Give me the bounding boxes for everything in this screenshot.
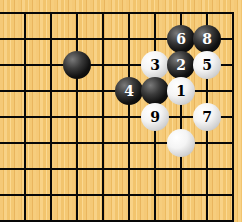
grid-line-vertical — [24, 52, 26, 78]
board-intersection[interactable] — [12, 0, 38, 26]
board-intersection[interactable] — [142, 78, 168, 104]
grid-line-vertical — [24, 104, 26, 130]
grid-line-vertical — [50, 208, 52, 222]
board-intersection[interactable] — [12, 26, 38, 52]
board-intersection[interactable] — [64, 130, 90, 156]
black-stone[interactable] — [63, 51, 91, 79]
board-intersection[interactable] — [38, 52, 64, 78]
board-intersection[interactable] — [12, 182, 38, 208]
grid-line-vertical — [154, 130, 156, 156]
grid-line-vertical — [76, 156, 78, 182]
board-intersection[interactable] — [220, 182, 242, 208]
board-intersection[interactable] — [38, 182, 64, 208]
board-intersection[interactable] — [142, 156, 168, 182]
board-intersection[interactable] — [142, 208, 168, 222]
grid-line-vertical — [102, 52, 104, 78]
grid-line-vertical — [76, 182, 78, 208]
board-intersection[interactable] — [38, 0, 64, 26]
board-intersection[interactable] — [0, 52, 12, 78]
grid-line-vertical — [232, 78, 234, 104]
board-intersection[interactable] — [38, 208, 64, 222]
grid-line-vertical — [50, 130, 52, 156]
board-intersection[interactable] — [220, 52, 242, 78]
grid-line-vertical — [76, 104, 78, 130]
board-intersection[interactable] — [90, 104, 116, 130]
grid-line-horizontal — [0, 90, 12, 92]
board-intersection[interactable] — [142, 130, 168, 156]
board-intersection[interactable] — [168, 208, 194, 222]
grid-line-vertical — [232, 12, 234, 26]
board-intersection[interactable] — [116, 104, 142, 130]
board-intersection[interactable] — [116, 26, 142, 52]
grid-line-horizontal — [0, 64, 12, 66]
board-intersection[interactable] — [0, 104, 12, 130]
board-intersection[interactable] — [220, 0, 242, 26]
grid-line-vertical — [128, 130, 130, 156]
grid-line-vertical — [128, 156, 130, 182]
white-stone[interactable] — [167, 129, 195, 157]
black-stone-move-4[interactable]: 4 — [115, 77, 143, 105]
grid-line-vertical — [102, 104, 104, 130]
board-intersection[interactable] — [220, 208, 242, 222]
white-stone-move-1[interactable]: 1 — [167, 77, 195, 105]
grid-line-vertical — [24, 78, 26, 104]
grid-line-vertical — [180, 104, 182, 130]
grid-line-vertical — [50, 26, 52, 52]
board-intersection[interactable] — [38, 26, 64, 52]
grid-line-vertical — [102, 208, 104, 222]
board-intersection[interactable] — [0, 208, 12, 222]
grid-line-vertical — [154, 208, 156, 222]
black-stone-move-2[interactable]: 2 — [167, 51, 195, 79]
board-intersection[interactable] — [90, 156, 116, 182]
grid-line-horizontal — [0, 38, 12, 40]
grid-line-horizontal — [0, 220, 12, 222]
board-intersection[interactable] — [168, 104, 194, 130]
board-intersection[interactable] — [194, 208, 220, 222]
board-intersection[interactable] — [116, 130, 142, 156]
board-intersection[interactable] — [38, 130, 64, 156]
grid-line-vertical — [206, 78, 208, 104]
board-intersection[interactable]: 3 — [142, 52, 168, 78]
grid-line-vertical — [50, 52, 52, 78]
board-intersection[interactable] — [90, 26, 116, 52]
grid-line-vertical — [102, 78, 104, 104]
board-intersection[interactable] — [142, 26, 168, 52]
board-intersection[interactable] — [12, 130, 38, 156]
board-intersection[interactable] — [0, 182, 12, 208]
grid-line-vertical — [180, 12, 182, 26]
board-intersection[interactable] — [0, 26, 12, 52]
board-intersection[interactable] — [116, 0, 142, 26]
board-intersection[interactable]: 9 — [142, 104, 168, 130]
board-intersection[interactable] — [12, 52, 38, 78]
board-intersection[interactable]: 7 — [194, 104, 220, 130]
grid-line-vertical — [24, 156, 26, 182]
grid-line-vertical — [76, 130, 78, 156]
grid-line-vertical — [24, 12, 26, 26]
board-intersection[interactable] — [220, 130, 242, 156]
board-intersection[interactable] — [194, 78, 220, 104]
board-intersection[interactable] — [194, 182, 220, 208]
grid-line-vertical — [128, 104, 130, 130]
grid-line-vertical — [206, 130, 208, 156]
grid-line-vertical — [232, 104, 234, 130]
board-intersection[interactable] — [90, 130, 116, 156]
grid-line-vertical — [24, 182, 26, 208]
grid-line-vertical — [102, 26, 104, 52]
board-intersection[interactable] — [220, 78, 242, 104]
board-intersection[interactable] — [90, 182, 116, 208]
board-intersection[interactable] — [64, 208, 90, 222]
board-intersection[interactable] — [64, 156, 90, 182]
board-intersection[interactable] — [168, 130, 194, 156]
board-intersection[interactable] — [142, 182, 168, 208]
board-intersection[interactable] — [38, 156, 64, 182]
board-intersection[interactable] — [64, 104, 90, 130]
grid-line-horizontal — [0, 194, 12, 196]
grid-line-vertical — [232, 156, 234, 182]
white-stone-move-3[interactable]: 3 — [141, 51, 169, 79]
grid-line-vertical — [102, 12, 104, 26]
black-stone-move-8[interactable]: 8 — [193, 25, 221, 53]
grid-line-vertical — [24, 26, 26, 52]
black-stone-move-6[interactable]: 6 — [167, 25, 195, 53]
grid-line-vertical — [180, 182, 182, 208]
grid-line-vertical — [206, 208, 208, 222]
grid-line-horizontal — [0, 116, 12, 118]
grid-line-vertical — [128, 12, 130, 26]
board-intersection[interactable] — [12, 156, 38, 182]
board-intersection[interactable] — [116, 182, 142, 208]
grid-line-vertical — [24, 208, 26, 222]
board-intersection[interactable] — [168, 0, 194, 26]
board-intersection[interactable] — [116, 52, 142, 78]
grid-line-vertical — [154, 26, 156, 52]
grid-line-horizontal — [0, 142, 12, 144]
grid-line-vertical — [232, 208, 234, 222]
black-stone[interactable] — [141, 77, 169, 105]
board-intersection[interactable] — [90, 78, 116, 104]
board-intersection[interactable]: 2 — [168, 52, 194, 78]
grid-line-vertical — [50, 78, 52, 104]
board-intersection[interactable] — [64, 0, 90, 26]
board-intersection[interactable]: 8 — [194, 26, 220, 52]
grid-line-vertical — [206, 12, 208, 26]
board-intersection[interactable] — [64, 78, 90, 104]
grid-line-vertical — [76, 208, 78, 222]
white-stone-move-7[interactable]: 7 — [193, 103, 221, 131]
board-intersection[interactable] — [168, 156, 194, 182]
grid-line-horizontal — [0, 168, 12, 170]
board-intersection[interactable]: 6 — [168, 26, 194, 52]
white-stone-move-5[interactable]: 5 — [193, 51, 221, 79]
grid-line-vertical — [128, 208, 130, 222]
grid-line-vertical — [232, 130, 234, 156]
grid-line-vertical — [232, 26, 234, 52]
grid-line-vertical — [102, 130, 104, 156]
grid-line-vertical — [50, 104, 52, 130]
grid-line-vertical — [102, 156, 104, 182]
board-intersection[interactable]: 4 — [116, 78, 142, 104]
grid-line-vertical — [128, 26, 130, 52]
board-intersection[interactable] — [12, 78, 38, 104]
board-intersection[interactable] — [90, 0, 116, 26]
grid-line-vertical — [76, 26, 78, 52]
board-intersection[interactable] — [0, 78, 12, 104]
grid-line-vertical — [50, 182, 52, 208]
grid-line-vertical — [50, 156, 52, 182]
grid-line-vertical — [180, 208, 182, 222]
go-board[interactable]: 683254197 — [0, 0, 242, 222]
grid-line-vertical — [180, 156, 182, 182]
board-intersection[interactable] — [220, 104, 242, 130]
grid-line-vertical — [232, 182, 234, 208]
board-intersection[interactable] — [90, 52, 116, 78]
grid-line-vertical — [128, 52, 130, 78]
grid-line-vertical — [24, 130, 26, 156]
board-intersection[interactable]: 1 — [168, 78, 194, 104]
grid-line-vertical — [76, 12, 78, 26]
grid-line-vertical — [206, 182, 208, 208]
grid-line-vertical — [154, 182, 156, 208]
grid-line-vertical — [206, 156, 208, 182]
grid-line-vertical — [128, 182, 130, 208]
grid-line-vertical — [102, 182, 104, 208]
grid-line-vertical — [154, 12, 156, 26]
board-intersection[interactable] — [0, 156, 12, 182]
board-intersection[interactable] — [0, 0, 12, 26]
board-intersection[interactable] — [0, 130, 12, 156]
board-intersection[interactable] — [220, 156, 242, 182]
board-intersection[interactable] — [12, 104, 38, 130]
board-intersection[interactable] — [116, 208, 142, 222]
board-intersection[interactable] — [194, 156, 220, 182]
grid-line-vertical — [50, 12, 52, 26]
board-intersection[interactable] — [64, 52, 90, 78]
go-board-diagram: 683254197 — [0, 0, 242, 222]
board-intersection[interactable] — [12, 208, 38, 222]
board-intersection[interactable] — [168, 182, 194, 208]
grid-line-vertical — [154, 156, 156, 182]
board-intersection[interactable] — [220, 26, 242, 52]
board-intersection[interactable] — [38, 78, 64, 104]
board-intersection[interactable] — [64, 26, 90, 52]
grid-line-vertical — [232, 52, 234, 78]
board-intersection[interactable]: 5 — [194, 52, 220, 78]
board-intersection[interactable] — [90, 208, 116, 222]
grid-line-vertical — [76, 78, 78, 104]
white-stone-move-9[interactable]: 9 — [141, 103, 169, 131]
board-intersection[interactable] — [64, 182, 90, 208]
grid-line-horizontal — [0, 12, 12, 14]
board-intersection[interactable] — [194, 0, 220, 26]
board-intersection[interactable] — [142, 0, 168, 26]
board-intersection[interactable] — [194, 130, 220, 156]
board-intersection[interactable] — [38, 104, 64, 130]
board-intersection[interactable] — [116, 156, 142, 182]
